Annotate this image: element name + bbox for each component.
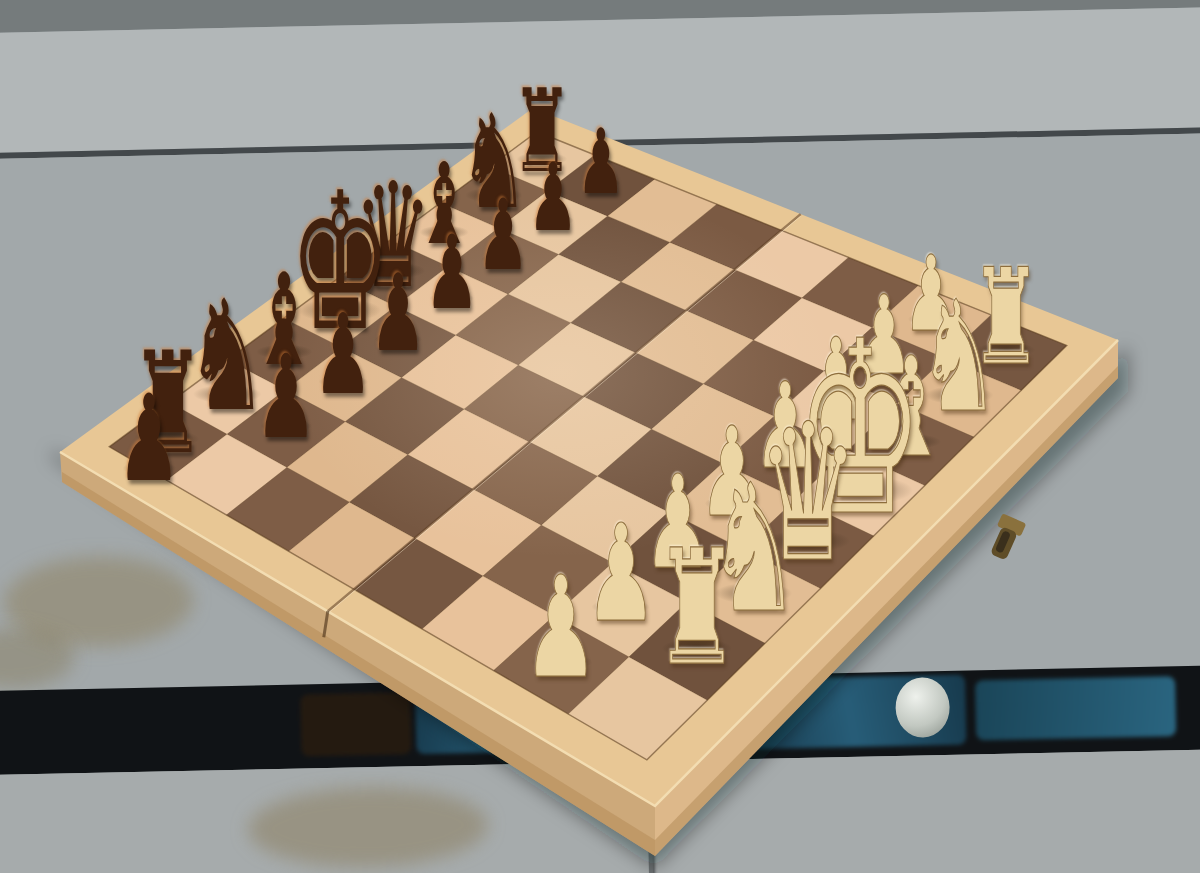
photo-chess-set-on-bench: ♜♟♞♟♝♟♛♟♚♟♟♜♝♟♟♞♞♟♟♜♝♟♟♚♟♛♟♞♟♜♟ [0,0,1200,873]
folding-chessboard: ♜♟♞♟♝♟♛♟♚♟♟♜♝♟♟♞♞♟♟♜♝♟♟♚♟♛♟♞♟♜♟ [0,0,1200,873]
board-surface [0,0,1200,873]
